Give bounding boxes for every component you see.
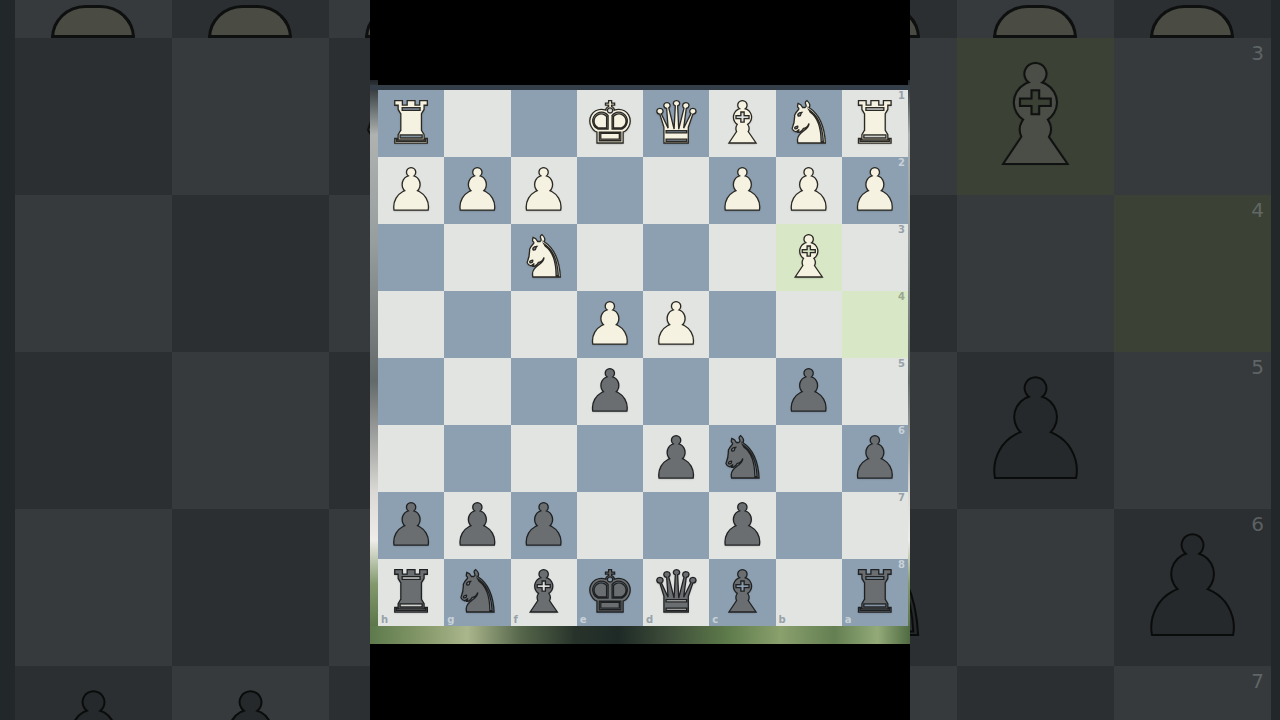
bg-square-a6: 6♟ <box>1114 509 1271 666</box>
piece-black-pawn: ♟ <box>776 358 842 425</box>
square-f1 <box>511 90 577 157</box>
square-e7 <box>577 492 643 559</box>
square-d4: ♟ <box>643 291 709 358</box>
square-b2: ♟ <box>776 157 842 224</box>
square-a8: 8a♜ <box>842 559 908 626</box>
square-b6 <box>776 425 842 492</box>
square-c6: ♞ <box>709 425 775 492</box>
piece-white-bishop: ♝ <box>957 38 1114 195</box>
square-c3 <box>709 224 775 291</box>
square-e5: ♟ <box>577 358 643 425</box>
square-g1 <box>444 90 510 157</box>
piece-white-pawn: ♟ <box>709 157 775 224</box>
square-g6 <box>444 425 510 492</box>
rank-label-4: 4 <box>898 292 905 302</box>
square-c8: c♝ <box>709 559 775 626</box>
square-d3 <box>643 224 709 291</box>
square-c2: ♟ <box>709 157 775 224</box>
square-h4 <box>378 291 444 358</box>
square-f2: ♟ <box>511 157 577 224</box>
bg-rank-label-5: 5 <box>1251 355 1264 379</box>
piece-black-bishop: ♝ <box>709 559 775 626</box>
bg-square-h4 <box>15 195 172 352</box>
piece-white-king: ♚ <box>577 90 643 157</box>
bg-square-b7 <box>957 666 1114 720</box>
file-label-b: b <box>779 615 786 625</box>
piece-black-pawn: ♟ <box>577 358 643 425</box>
square-d6: ♟ <box>643 425 709 492</box>
piece-white-rook: ♜ <box>842 90 908 157</box>
square-f7: ♟ <box>511 492 577 559</box>
square-d8: d♛ <box>643 559 709 626</box>
rank-label-3: 3 <box>898 225 905 235</box>
piece-white-pawn: ♟ <box>842 157 908 224</box>
square-g2: ♟ <box>444 157 510 224</box>
bg-square-g5 <box>172 352 329 509</box>
piece-white-knight: ♞ <box>776 90 842 157</box>
rank-label-5: 5 <box>898 359 905 369</box>
square-b4 <box>776 291 842 358</box>
piece-white-pawn: ♟ <box>444 157 510 224</box>
square-h1: ♜ <box>378 90 444 157</box>
square-f6 <box>511 425 577 492</box>
piece-black-pawn: ♟ <box>643 425 709 492</box>
piece-black-pawn: ♟ <box>1114 509 1271 666</box>
piece-white-pawn: ♟ <box>643 291 709 358</box>
square-d2 <box>643 157 709 224</box>
square-a1: 1♜ <box>842 90 908 157</box>
rank-label-7: 7 <box>898 493 905 503</box>
landscape-strip <box>370 626 910 644</box>
square-f5 <box>511 358 577 425</box>
bg-rank-label-7: 7 <box>1251 669 1264 693</box>
square-b3: ♝ <box>776 224 842 291</box>
square-a6: 6♟ <box>842 425 908 492</box>
square-h5 <box>378 358 444 425</box>
square-b5: ♟ <box>776 358 842 425</box>
square-e4: ♟ <box>577 291 643 358</box>
bg-square-g6 <box>172 509 329 666</box>
piece-black-pawn: ♟ <box>378 492 444 559</box>
square-f3: ♞ <box>511 224 577 291</box>
bg-rank-label-4: 4 <box>1251 198 1264 222</box>
piece-black-pawn: ♟ <box>957 352 1114 509</box>
square-a2: 2♟ <box>842 157 908 224</box>
square-g7: ♟ <box>444 492 510 559</box>
video-area[interactable]: ♜♚♛♝♞1♜♟♟♟♟♟2♟♞♝3♟♟4♟♟5♟♞6♟♟♟♟♟7h♜g♞f♝e♚… <box>370 0 910 720</box>
piece-black-pawn: ♟ <box>709 492 775 559</box>
piece-black-rook: ♜ <box>842 559 908 626</box>
video-left-edge <box>370 80 378 628</box>
square-a3: 3 <box>842 224 908 291</box>
piece-black-rook: ♜ <box>378 559 444 626</box>
piece-white-pawn: ♟ <box>511 157 577 224</box>
piece-black-queen: ♛ <box>643 559 709 626</box>
bg-square-g7: ♟ <box>172 666 329 720</box>
square-e3 <box>577 224 643 291</box>
piece-black-pawn: ♟ <box>842 425 908 492</box>
bg-rank-label-3: 3 <box>1251 41 1264 65</box>
bg-square-g3 <box>172 38 329 195</box>
square-g3 <box>444 224 510 291</box>
bg-square-b3: ♝ <box>957 38 1114 195</box>
piece-white-pawn: ♟ <box>577 291 643 358</box>
square-b8: b <box>776 559 842 626</box>
bg-square-b6 <box>957 509 1114 666</box>
square-e1: ♚ <box>577 90 643 157</box>
square-d7 <box>643 492 709 559</box>
piece-black-pawn: ♟ <box>15 666 172 720</box>
square-h2: ♟ <box>378 157 444 224</box>
square-e2 <box>577 157 643 224</box>
bg-square-h5 <box>15 352 172 509</box>
bg-square-a3: 3 <box>1114 38 1271 195</box>
square-h3 <box>378 224 444 291</box>
square-c1: ♝ <box>709 90 775 157</box>
square-a4: 4 <box>842 291 908 358</box>
piece-black-pawn: ♟ <box>444 492 510 559</box>
piece-black-knight: ♞ <box>444 559 510 626</box>
square-d5 <box>643 358 709 425</box>
bg-square-a4: 4 <box>1114 195 1271 352</box>
piece-black-knight: ♞ <box>709 425 775 492</box>
piece-white-pawn: ♟ <box>776 157 842 224</box>
bg-square-h7: ♟ <box>15 666 172 720</box>
square-g5 <box>444 358 510 425</box>
screenshot-root: { "game": "chess", "scene": { "descripti… <box>0 0 1280 720</box>
piece-black-pawn: ♟ <box>511 492 577 559</box>
piece-white-pawn: ♟ <box>378 157 444 224</box>
square-e6 <box>577 425 643 492</box>
square-g4 <box>444 291 510 358</box>
chess-board: ♜♚♛♝♞1♜♟♟♟♟♟2♟♞♝3♟♟4♟♟5♟♞6♟♟♟♟♟7h♜g♞f♝e♚… <box>378 90 908 626</box>
bg-square-a5: 5 <box>1114 352 1271 509</box>
square-f4 <box>511 291 577 358</box>
bg-square-h6 <box>15 509 172 666</box>
square-h8: h♜ <box>378 559 444 626</box>
piece-white-queen: ♛ <box>643 90 709 157</box>
square-b1: ♞ <box>776 90 842 157</box>
square-c5 <box>709 358 775 425</box>
bg-square-a7: 7 <box>1114 666 1271 720</box>
square-f8: f♝ <box>511 559 577 626</box>
square-d1: ♛ <box>643 90 709 157</box>
square-b7 <box>776 492 842 559</box>
square-a5: 5 <box>842 358 908 425</box>
bg-square-h3 <box>15 38 172 195</box>
bg-square-b4 <box>957 195 1114 352</box>
square-a7: 7 <box>842 492 908 559</box>
piece-white-knight: ♞ <box>511 224 577 291</box>
square-g8: g♞ <box>444 559 510 626</box>
piece-white-bishop: ♝ <box>776 224 842 291</box>
piece-white-rook: ♜ <box>378 90 444 157</box>
square-h6 <box>378 425 444 492</box>
piece-white-bishop: ♝ <box>709 90 775 157</box>
bg-square-g4 <box>172 195 329 352</box>
square-h7: ♟ <box>378 492 444 559</box>
video-right-edge <box>908 80 910 628</box>
piece-black-bishop: ♝ <box>511 559 577 626</box>
piece-black-pawn: ♟ <box>172 666 329 720</box>
square-e8: e♚ <box>577 559 643 626</box>
square-c4 <box>709 291 775 358</box>
bg-square-b5: ♟ <box>957 352 1114 509</box>
piece-black-king: ♚ <box>577 559 643 626</box>
square-c7: ♟ <box>709 492 775 559</box>
